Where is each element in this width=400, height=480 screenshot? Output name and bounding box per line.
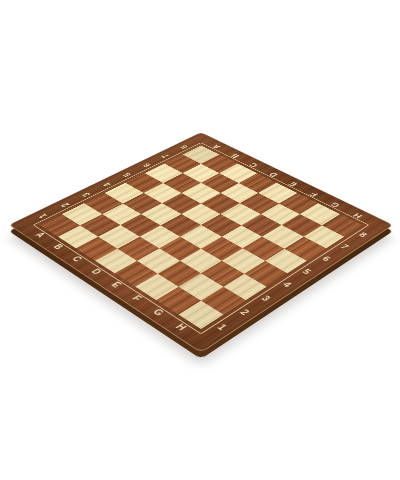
board-face: ABCDEFGH ABCDEFGH 87654321 87654321 [9, 132, 394, 353]
photo-background: ABCDEFGH ABCDEFGH 87654321 87654321 [0, 0, 400, 480]
playing-field [40, 145, 362, 329]
chess-board: ABCDEFGH ABCDEFGH 87654321 87654321 [65, 89, 337, 361]
